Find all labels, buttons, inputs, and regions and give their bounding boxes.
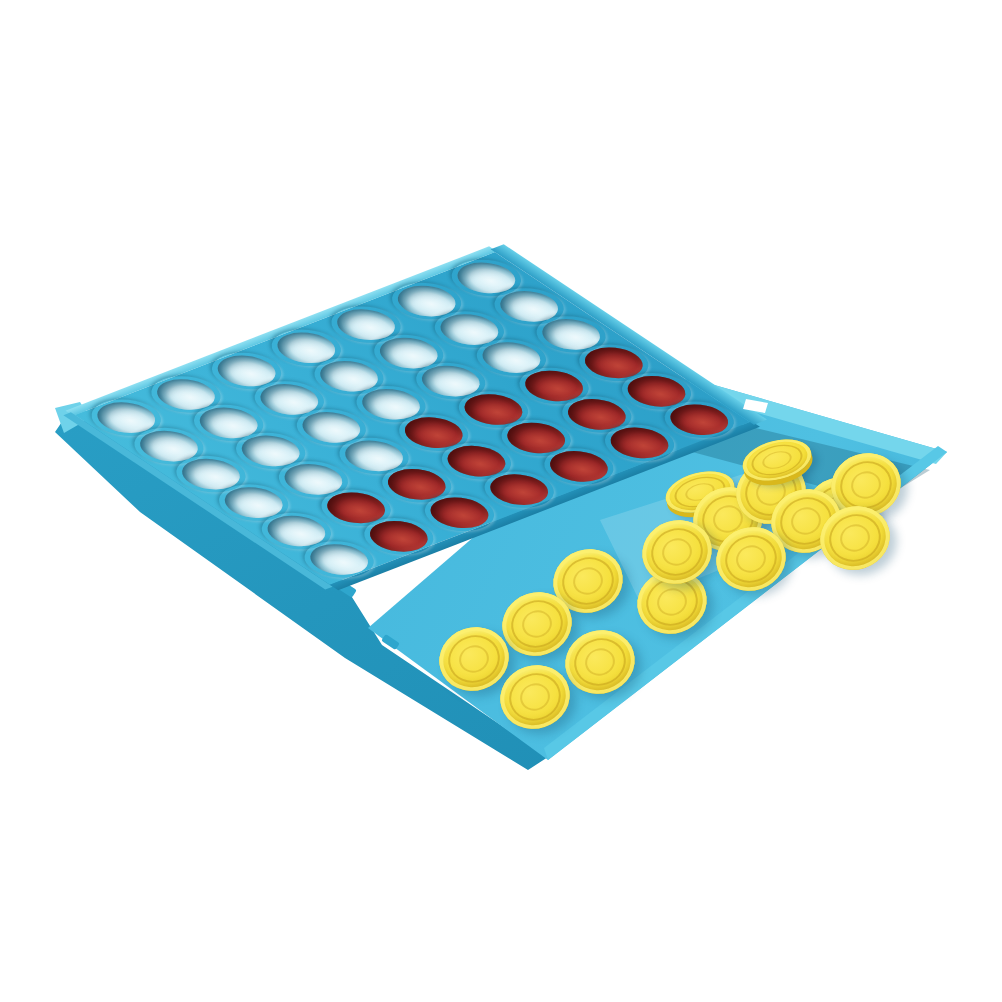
product-photo-stage [0, 0, 1002, 1002]
